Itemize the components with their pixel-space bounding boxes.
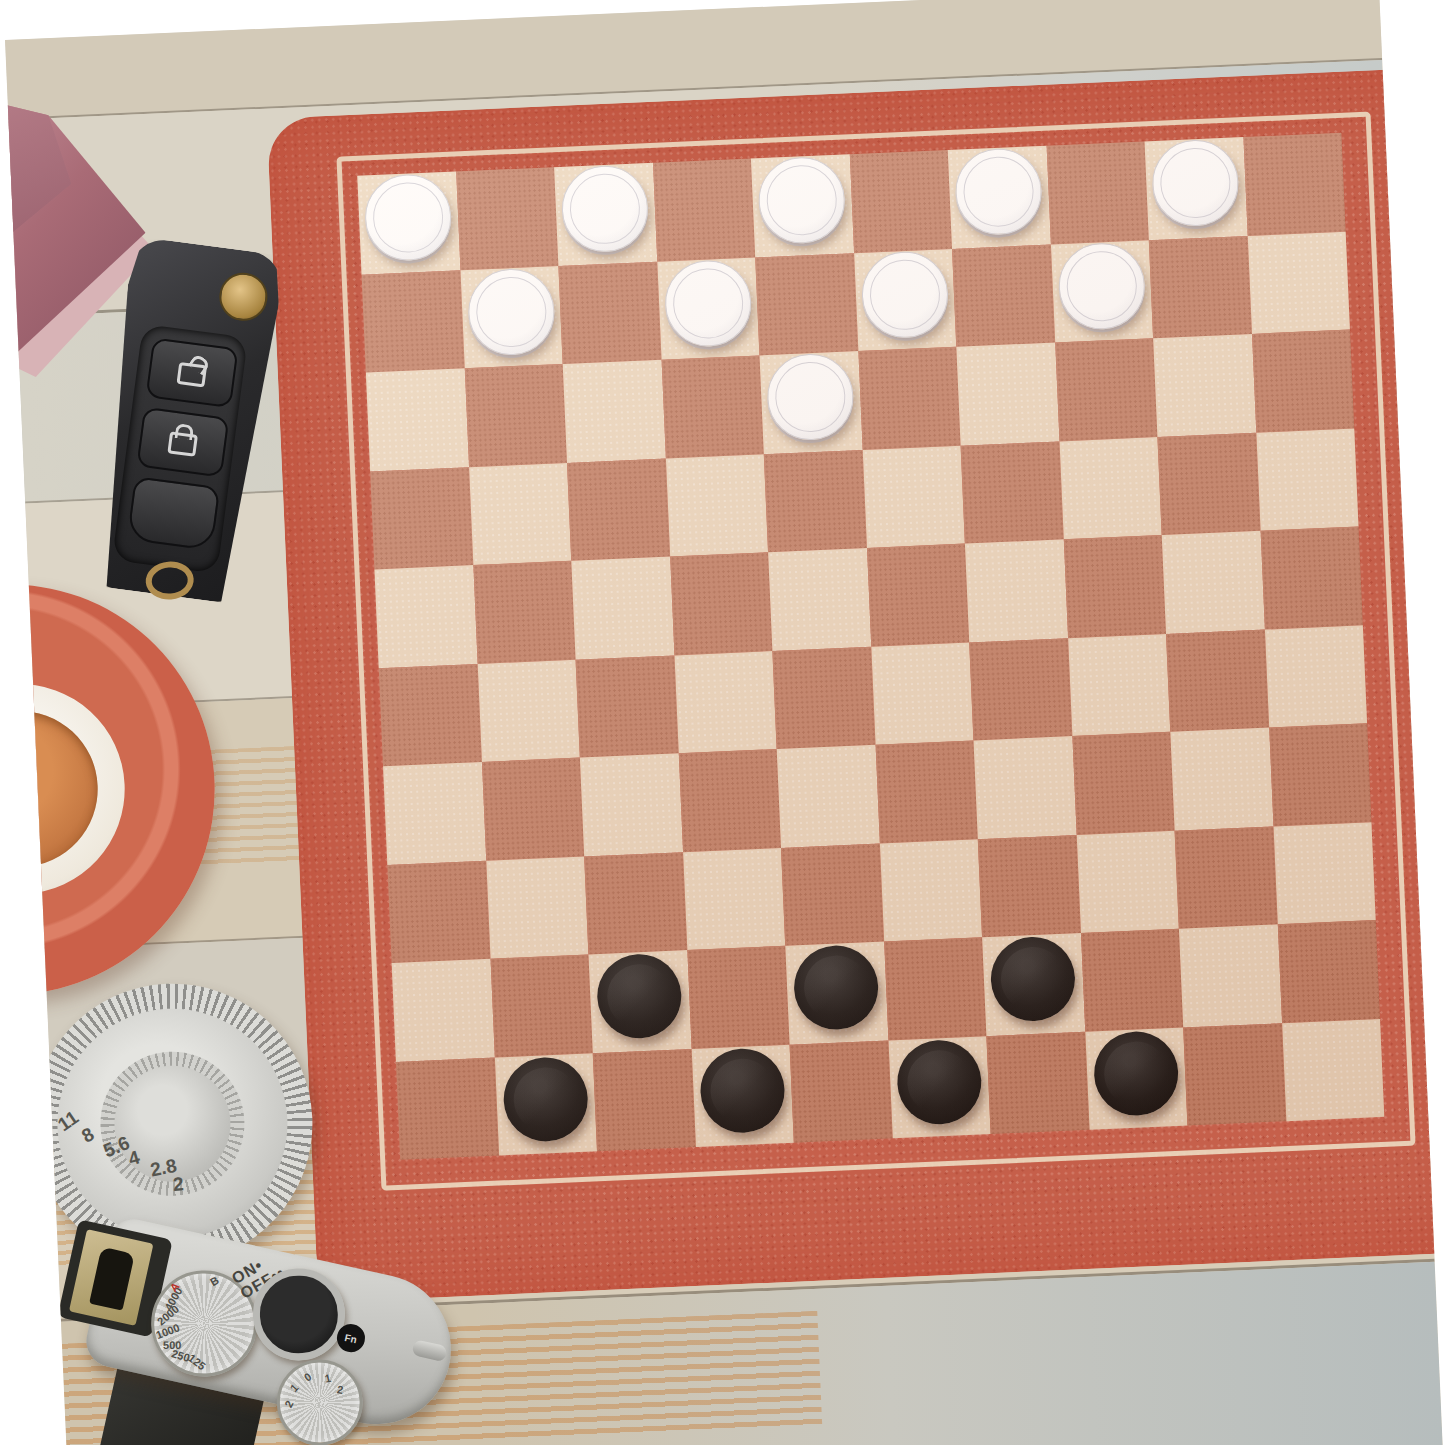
board-square-r6c1[interactable] xyxy=(379,663,482,766)
board-square-r10c4[interactable] xyxy=(691,1044,794,1147)
board-square-r1c6[interactable] xyxy=(849,150,952,253)
board-square-r3c1[interactable] xyxy=(366,368,469,471)
board-square-r3c3[interactable] xyxy=(563,360,666,463)
board-square-r8c10[interactable] xyxy=(1273,822,1376,925)
dial-label: 125 xyxy=(186,1352,208,1373)
board-square-r1c10[interactable] xyxy=(1243,133,1346,236)
board-square-r3c4[interactable] xyxy=(661,355,764,458)
board-square-r9c7[interactable] xyxy=(982,933,1085,1036)
black-piece[interactable] xyxy=(1092,1030,1180,1118)
white-piece[interactable] xyxy=(560,164,650,254)
board-square-r6c5[interactable] xyxy=(772,646,875,749)
board-square-r10c7[interactable] xyxy=(986,1031,1089,1134)
board-square-r1c7[interactable] xyxy=(948,146,1051,249)
board-square-r8c1[interactable] xyxy=(387,860,490,963)
board-square-r8c7[interactable] xyxy=(978,835,1081,938)
dial-label: 2 xyxy=(336,1383,344,1396)
board-square-r1c3[interactable] xyxy=(554,163,657,266)
board-square-r4c5[interactable] xyxy=(764,450,867,553)
black-piece[interactable] xyxy=(989,935,1077,1023)
board-square-r8c6[interactable] xyxy=(879,839,982,942)
board-square-r7c2[interactable] xyxy=(481,758,584,861)
board-square-r5c2[interactable] xyxy=(473,561,576,664)
board-square-r5c1[interactable] xyxy=(374,565,477,668)
board-square-r7c6[interactable] xyxy=(875,740,978,843)
board-square-r9c4[interactable] xyxy=(687,946,790,1049)
board-square-r2c2[interactable] xyxy=(460,266,563,369)
lock-icon xyxy=(167,432,198,457)
board-square-r10c8[interactable] xyxy=(1085,1027,1188,1130)
board-square-r5c10[interactable] xyxy=(1260,526,1363,629)
board-square-r10c5[interactable] xyxy=(790,1040,893,1143)
board-square-r3c2[interactable] xyxy=(464,364,567,467)
board-square-r5c6[interactable] xyxy=(866,544,969,647)
board-square-r2c4[interactable] xyxy=(657,257,760,360)
dial-label: 1 xyxy=(324,1372,332,1385)
board-square-r4c9[interactable] xyxy=(1157,432,1260,535)
black-piece[interactable] xyxy=(793,944,881,1032)
dial-label: 2 xyxy=(282,1398,295,1409)
board-square-r2c3[interactable] xyxy=(558,261,661,364)
board-square-r6c2[interactable] xyxy=(477,659,580,762)
board-square-r8c5[interactable] xyxy=(781,843,884,946)
board-square-r4c2[interactable] xyxy=(469,462,572,565)
board-square-r9c8[interactable] xyxy=(1080,929,1183,1032)
dial-label: 0 xyxy=(302,1370,314,1383)
board-square-r6c6[interactable] xyxy=(871,642,974,745)
white-piece[interactable] xyxy=(766,352,856,442)
board-square-r4c3[interactable] xyxy=(567,458,670,561)
board-square-r6c8[interactable] xyxy=(1068,633,1171,736)
board-square-r6c10[interactable] xyxy=(1264,625,1367,728)
camera: 11 8 5.6 4 2.8 2 4000 2000 1000 500 250 … xyxy=(5,978,550,1445)
board-square-r5c7[interactable] xyxy=(965,539,1068,642)
black-piece[interactable] xyxy=(895,1038,983,1126)
board-square-r3c9[interactable] xyxy=(1153,334,1256,437)
board-square-r2c5[interactable] xyxy=(755,253,858,356)
board-square-r9c9[interactable] xyxy=(1179,924,1282,1027)
board-square-r3c6[interactable] xyxy=(858,347,961,450)
board-square-r5c4[interactable] xyxy=(670,552,773,655)
board-square-r4c6[interactable] xyxy=(862,445,965,548)
board-square-r10c6[interactable] xyxy=(888,1036,991,1139)
board-square-r1c9[interactable] xyxy=(1145,137,1248,240)
board-square-r5c5[interactable] xyxy=(768,548,871,651)
board-square-r1c1[interactable] xyxy=(357,171,460,274)
board-square-r4c4[interactable] xyxy=(665,454,768,557)
aperture-label: 2 xyxy=(172,1173,184,1196)
board-square-r3c5[interactable] xyxy=(759,351,862,454)
board-square-r7c5[interactable] xyxy=(777,745,880,848)
white-piece[interactable] xyxy=(860,250,950,340)
product-photo-canvas: 11 8 5.6 4 2.8 2 4000 2000 1000 500 250 … xyxy=(0,0,1445,1445)
black-piece[interactable] xyxy=(596,953,684,1041)
board-square-r1c8[interactable] xyxy=(1046,141,1149,244)
dial-label: 1 xyxy=(288,1381,301,1394)
board-square-r8c8[interactable] xyxy=(1076,830,1179,933)
board-square-r3c10[interactable] xyxy=(1252,330,1355,433)
board-square-r8c3[interactable] xyxy=(584,852,687,955)
board-square-r6c4[interactable] xyxy=(674,651,777,754)
board-square-r6c7[interactable] xyxy=(969,638,1072,741)
board-square-r10c9[interactable] xyxy=(1183,1023,1286,1126)
board-square-r10c10[interactable] xyxy=(1282,1018,1385,1121)
board-square-r10c3[interactable] xyxy=(593,1049,696,1152)
board-square-r7c10[interactable] xyxy=(1269,723,1372,826)
board-square-r7c4[interactable] xyxy=(678,749,781,852)
board-square-r1c5[interactable] xyxy=(751,154,854,257)
board-square-r8c9[interactable] xyxy=(1175,826,1278,929)
board-square-r2c10[interactable] xyxy=(1247,231,1350,334)
board-square-r2c1[interactable] xyxy=(362,270,465,373)
black-piece[interactable] xyxy=(698,1047,786,1135)
board-square-r4c8[interactable] xyxy=(1059,437,1162,540)
unlock-icon xyxy=(176,362,207,387)
board-square-r5c8[interactable] xyxy=(1063,535,1166,638)
white-piece[interactable] xyxy=(1057,241,1147,331)
board-square-r7c8[interactable] xyxy=(1072,732,1175,835)
board-square-r1c4[interactable] xyxy=(652,159,755,262)
board-square-r8c4[interactable] xyxy=(683,847,786,950)
board-square-r2c7[interactable] xyxy=(952,244,1055,347)
photo-scene: 11 8 5.6 4 2.8 2 4000 2000 1000 500 250 … xyxy=(5,0,1444,1445)
board-square-r9c6[interactable] xyxy=(884,937,987,1040)
board-square-r4c7[interactable] xyxy=(961,441,1064,544)
white-piece[interactable] xyxy=(364,173,454,263)
board-square-r4c1[interactable] xyxy=(370,467,473,570)
board-square-r3c7[interactable] xyxy=(956,343,1059,446)
dial-label-bulb: B xyxy=(208,1274,221,1288)
board-square-r2c6[interactable] xyxy=(854,248,957,351)
board-square-r2c9[interactable] xyxy=(1149,236,1252,339)
board-square-r9c3[interactable] xyxy=(588,950,691,1053)
white-piece[interactable] xyxy=(757,156,847,246)
key-lock-button xyxy=(136,407,229,478)
white-piece[interactable] xyxy=(663,258,753,348)
board-square-r5c3[interactable] xyxy=(571,556,674,659)
board-square-r7c7[interactable] xyxy=(973,736,1076,839)
board-square-r9c5[interactable] xyxy=(785,942,888,1045)
board-square-r8c2[interactable] xyxy=(486,856,589,959)
white-piece[interactable] xyxy=(954,147,1044,237)
key-unlock-button xyxy=(145,337,238,408)
board-square-r6c3[interactable] xyxy=(576,655,679,758)
white-piece[interactable] xyxy=(466,267,556,357)
wood-table xyxy=(5,0,1379,40)
board-square-r7c9[interactable] xyxy=(1170,728,1273,831)
white-piece[interactable] xyxy=(1151,138,1241,228)
key-blank-button xyxy=(127,476,221,551)
board-square-r6c9[interactable] xyxy=(1166,629,1269,732)
board-square-r7c1[interactable] xyxy=(383,762,486,865)
board-square-r2c8[interactable] xyxy=(1050,240,1153,343)
board-square-r5c9[interactable] xyxy=(1162,531,1265,634)
board-square-r3c8[interactable] xyxy=(1055,338,1158,441)
board-square-r7c3[interactable] xyxy=(580,753,683,856)
board-square-r9c10[interactable] xyxy=(1277,920,1380,1023)
board-square-r1c2[interactable] xyxy=(456,167,559,270)
board-square-r4c10[interactable] xyxy=(1256,428,1359,531)
